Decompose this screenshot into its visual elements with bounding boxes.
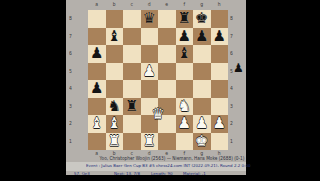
square-h3[interactable] xyxy=(211,98,229,116)
white-bishop-piece[interactable]: ♝ xyxy=(88,115,106,133)
square-d7[interactable] xyxy=(141,28,159,46)
file-label-d: d xyxy=(141,2,159,7)
square-h5[interactable] xyxy=(211,63,229,81)
black-bishop-piece[interactable]: ♝ xyxy=(106,28,124,46)
black-queen-piece[interactable]: ♛ xyxy=(141,10,159,28)
square-g6[interactable] xyxy=(193,45,211,63)
square-b8[interactable] xyxy=(106,10,124,28)
square-e4[interactable] xyxy=(158,80,176,98)
white-bishop-piece[interactable]: ♝ xyxy=(106,115,124,133)
square-h4[interactable] xyxy=(211,80,229,98)
square-c2[interactable] xyxy=(123,115,141,133)
square-b5[interactable] xyxy=(106,63,124,81)
file-label-b: b xyxy=(106,2,124,7)
square-a3[interactable] xyxy=(88,98,106,116)
captured-material-tray: ♟ xyxy=(233,61,244,75)
square-c7[interactable] xyxy=(123,28,141,46)
rank-labels-right: 87654321 xyxy=(230,10,233,150)
rank-label-7: 7 xyxy=(69,28,72,46)
captured-black-pawn-icon: ♟ xyxy=(233,61,244,75)
white-rook-piece[interactable]: ♜ xyxy=(106,133,124,151)
square-c5[interactable] xyxy=(123,63,141,81)
square-c4[interactable] xyxy=(123,80,141,98)
white-rook-piece[interactable]: ♜ xyxy=(141,133,159,151)
square-g4[interactable] xyxy=(193,80,211,98)
rank-label-7: 7 xyxy=(230,28,233,46)
square-f4[interactable] xyxy=(176,80,194,98)
square-e8[interactable] xyxy=(158,10,176,28)
players-line: Yoo, Christopher Woojin (2563) — Niemann… xyxy=(82,156,262,161)
square-c8[interactable] xyxy=(123,10,141,28)
black-king-piece[interactable]: ♚ xyxy=(193,10,211,28)
square-a8[interactable] xyxy=(88,10,106,28)
file-label-g: g xyxy=(193,2,211,7)
black-rook-piece[interactable]: ♜ xyxy=(123,98,141,116)
square-h6[interactable] xyxy=(211,45,229,63)
square-a5[interactable] xyxy=(88,63,106,81)
rank-label-8: 8 xyxy=(230,10,233,28)
black-pawn-piece[interactable]: ♟ xyxy=(88,45,106,63)
square-a7[interactable] xyxy=(88,28,106,46)
event-line: Event : Julius Baer Gen Cup B3 #5 chess2… xyxy=(86,163,264,168)
square-a1[interactable] xyxy=(88,133,106,151)
black-pawn-piece[interactable]: ♟ xyxy=(88,80,106,98)
black-pawn-piece[interactable]: ♟ xyxy=(211,28,229,46)
square-g5[interactable] xyxy=(193,63,211,81)
square-b4[interactable] xyxy=(106,80,124,98)
rank-label-5: 5 xyxy=(69,63,72,81)
square-e7[interactable] xyxy=(158,28,176,46)
rank-label-4: 4 xyxy=(230,80,233,98)
square-f5[interactable] xyxy=(176,63,194,81)
square-e5[interactable] xyxy=(158,63,176,81)
rank-label-6: 6 xyxy=(69,45,72,63)
square-e1[interactable] xyxy=(158,133,176,151)
rank-label-1: 1 xyxy=(230,133,233,151)
rank-label-3: 3 xyxy=(69,98,72,116)
square-f1[interactable] xyxy=(176,133,194,151)
file-label-a: a xyxy=(88,2,106,7)
rank-labels-left: 87654321 xyxy=(69,10,72,150)
black-pawn-piece[interactable]: ♟ xyxy=(176,28,194,46)
rank-label-3: 3 xyxy=(230,98,233,116)
white-queen-piece[interactable]: ♛ xyxy=(149,106,167,124)
bottom-black-bar xyxy=(66,175,246,181)
rank-label-1: 1 xyxy=(69,133,72,151)
rank-label-2: 2 xyxy=(69,115,72,133)
rank-label-2: 2 xyxy=(230,115,233,133)
black-knight-piece[interactable]: ♞ xyxy=(106,98,124,116)
square-c1[interactable] xyxy=(123,133,141,151)
file-label-h: h xyxy=(211,2,229,7)
file-label-f: f xyxy=(176,2,194,7)
white-pawn-piece[interactable]: ♟ xyxy=(211,115,229,133)
square-h8[interactable] xyxy=(211,10,229,28)
white-pawn-piece[interactable]: ♟ xyxy=(176,115,194,133)
square-g3[interactable] xyxy=(193,98,211,116)
white-pawn-piece[interactable]: ♟ xyxy=(141,63,159,81)
white-pawn-piece[interactable]: ♟ xyxy=(193,115,211,133)
white-king-piece[interactable]: ♚ xyxy=(193,133,211,151)
black-pawn-piece[interactable]: ♟ xyxy=(193,28,211,46)
white-knight-piece[interactable]: ♞ xyxy=(176,98,194,116)
video-frame: abcdefgh abcdefgh 87654321 87654321 ♛♜♚♝… xyxy=(0,0,320,180)
square-d6[interactable] xyxy=(141,45,159,63)
rank-label-8: 8 xyxy=(69,10,72,28)
black-rook-piece[interactable]: ♜ xyxy=(176,10,194,28)
square-h1[interactable] xyxy=(211,133,229,151)
file-label-e: e xyxy=(158,2,176,7)
file-labels-top: abcdefgh xyxy=(88,2,228,7)
square-e6[interactable] xyxy=(158,45,176,63)
square-d4[interactable] xyxy=(141,80,159,98)
black-bishop-piece[interactable]: ♝ xyxy=(176,45,194,63)
rank-label-6: 6 xyxy=(230,45,233,63)
file-label-c: c xyxy=(123,2,141,7)
square-c6[interactable] xyxy=(123,45,141,63)
chess-app-content: abcdefgh abcdefgh 87654321 87654321 ♛♜♚♝… xyxy=(66,0,246,180)
rank-label-4: 4 xyxy=(69,80,72,98)
caption-band: Event : Julius Baer Gen Cup B3 #5 chess2… xyxy=(66,162,246,171)
square-b6[interactable] xyxy=(106,45,124,63)
